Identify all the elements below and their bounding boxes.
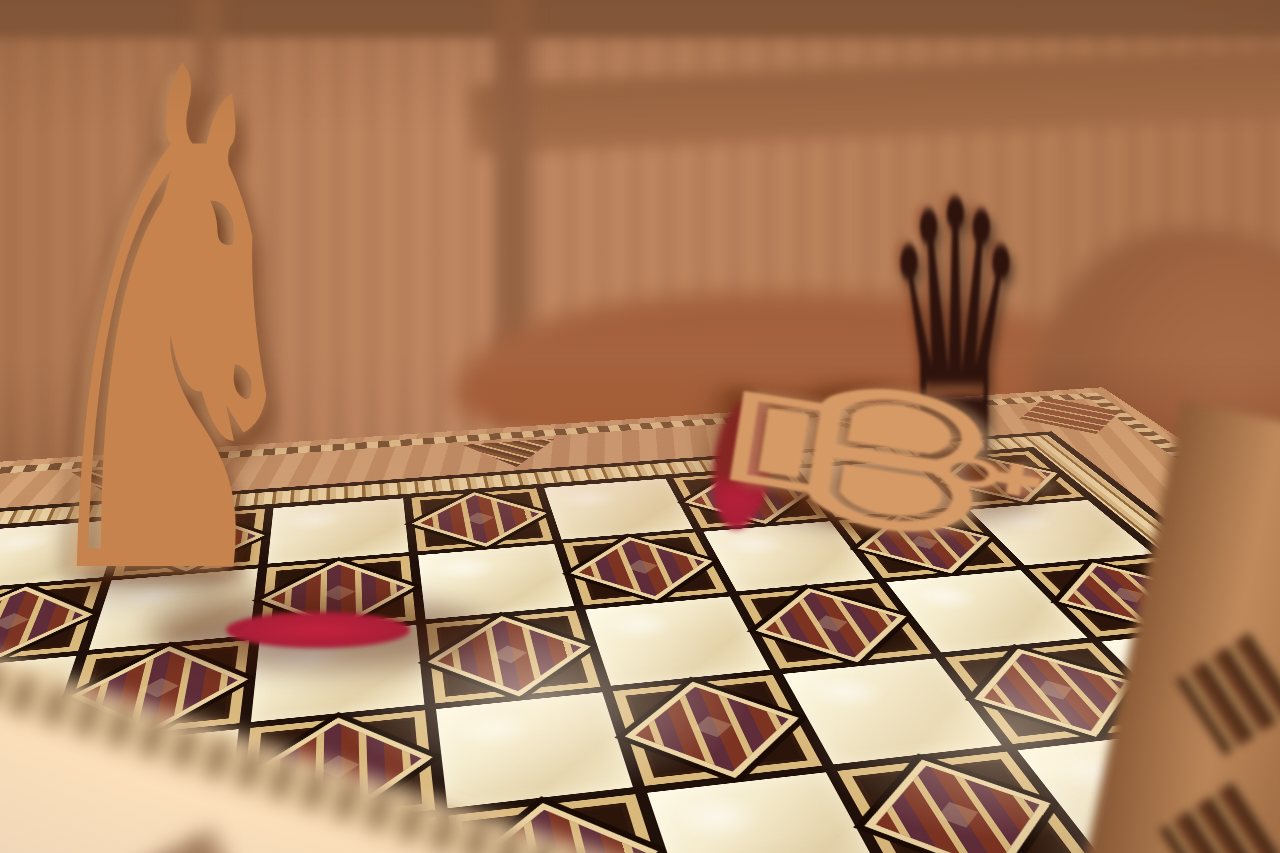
board-cell-e7 [563, 532, 727, 605]
frame-motif-diamond [1176, 631, 1280, 755]
frame-motif-diamond [1159, 781, 1280, 853]
chess-photo-scene: ♛ ♚ ♞ [0, 0, 1280, 853]
board-cell-e6 [585, 596, 769, 685]
board-cell-d8 [411, 488, 553, 551]
board-cell-d5 [436, 692, 633, 808]
board-cell-e5 [613, 675, 822, 786]
frame-motif-triangle [77, 795, 311, 853]
white-knight-glyph: ♞ [23, 0, 320, 656]
